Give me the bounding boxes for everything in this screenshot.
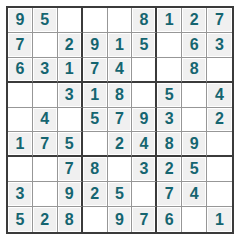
sudoku-cell-r9c2[interactable]: 2 [33, 207, 58, 232]
sudoku-cell-r9c9[interactable]: 1 [207, 207, 232, 232]
sudoku-cell-r8c8[interactable]: 4 [182, 182, 207, 207]
sudoku-cell-r9c6[interactable]: 7 [132, 207, 157, 232]
sudoku-cell-r7c6[interactable]: 3 [132, 157, 157, 182]
sudoku-cell-r5c7[interactable]: 3 [157, 108, 182, 133]
sudoku-cell-r8c7[interactable]: 7 [157, 182, 182, 207]
sudoku-cell-r6c2[interactable]: 7 [33, 132, 58, 157]
sudoku-cell-r4c1[interactable] [8, 83, 33, 108]
sudoku-cell-r1c6[interactable]: 8 [132, 8, 157, 33]
sudoku-cell-r3c5[interactable]: 4 [108, 58, 133, 83]
sudoku-cell-r1c4[interactable] [83, 8, 108, 33]
sudoku-cell-r5c8[interactable] [182, 108, 207, 133]
sudoku-cell-r7c4[interactable]: 8 [83, 157, 108, 182]
sudoku-cell-r3c3[interactable]: 1 [58, 58, 83, 83]
sudoku-cell-r5c4[interactable]: 5 [83, 108, 108, 133]
sudoku-cell-r4c8[interactable] [182, 83, 207, 108]
sudoku-cell-r2c9[interactable]: 3 [207, 33, 232, 58]
sudoku-cell-r1c9[interactable]: 7 [207, 8, 232, 33]
sudoku-cell-r8c4[interactable]: 2 [83, 182, 108, 207]
sudoku-cell-r6c3[interactable]: 5 [58, 132, 83, 157]
sudoku-cell-r2c6[interactable]: 5 [132, 33, 157, 58]
sudoku-cell-r2c2[interactable] [33, 33, 58, 58]
sudoku-board: 9581277291563631748318544579321752489783… [6, 6, 234, 234]
sudoku-cell-r6c1[interactable]: 1 [8, 132, 33, 157]
sudoku-cell-r3c6[interactable] [132, 58, 157, 83]
sudoku-cell-r6c7[interactable]: 8 [157, 132, 182, 157]
sudoku-cell-r2c7[interactable] [157, 33, 182, 58]
sudoku-cell-r4c3[interactable]: 3 [58, 83, 83, 108]
sudoku-cell-r8c1[interactable]: 3 [8, 182, 33, 207]
sudoku-cell-r9c4[interactable] [83, 207, 108, 232]
sudoku-cell-r5c9[interactable]: 2 [207, 108, 232, 133]
sudoku-cell-r5c5[interactable]: 7 [108, 108, 133, 133]
sudoku-cell-r9c5[interactable]: 9 [108, 207, 133, 232]
sudoku-cell-r2c4[interactable]: 9 [83, 33, 108, 58]
sudoku-cell-r3c8[interactable]: 8 [182, 58, 207, 83]
sudoku-cell-r7c8[interactable]: 5 [182, 157, 207, 182]
sudoku-cell-r1c8[interactable]: 2 [182, 8, 207, 33]
sudoku-cell-r3c2[interactable]: 3 [33, 58, 58, 83]
sudoku-cell-r3c4[interactable]: 7 [83, 58, 108, 83]
sudoku-cell-r7c7[interactable]: 2 [157, 157, 182, 182]
sudoku-cell-r6c5[interactable]: 2 [108, 132, 133, 157]
sudoku-cell-r9c3[interactable]: 8 [58, 207, 83, 232]
sudoku-cell-r4c2[interactable] [33, 83, 58, 108]
sudoku-cell-r1c1[interactable]: 9 [8, 8, 33, 33]
sudoku-cell-r9c8[interactable] [182, 207, 207, 232]
sudoku-cell-r5c1[interactable] [8, 108, 33, 133]
sudoku-cell-r7c1[interactable] [8, 157, 33, 182]
sudoku-cell-r6c4[interactable] [83, 132, 108, 157]
sudoku-cell-r6c9[interactable] [207, 132, 232, 157]
sudoku-cell-r5c3[interactable] [58, 108, 83, 133]
sudoku-cell-r8c3[interactable]: 9 [58, 182, 83, 207]
sudoku-cell-r9c7[interactable]: 6 [157, 207, 182, 232]
sudoku-cell-r4c5[interactable]: 8 [108, 83, 133, 108]
sudoku-cell-r1c5[interactable] [108, 8, 133, 33]
sudoku-cell-r6c6[interactable]: 4 [132, 132, 157, 157]
sudoku-cell-r8c6[interactable] [132, 182, 157, 207]
sudoku-cell-r4c9[interactable]: 4 [207, 83, 232, 108]
sudoku-cell-r2c8[interactable]: 6 [182, 33, 207, 58]
sudoku-cell-r7c9[interactable] [207, 157, 232, 182]
sudoku-cell-r8c5[interactable]: 5 [108, 182, 133, 207]
sudoku-cell-r7c3[interactable]: 7 [58, 157, 83, 182]
sudoku-cell-r1c2[interactable]: 5 [33, 8, 58, 33]
sudoku-cell-r3c7[interactable] [157, 58, 182, 83]
sudoku-cell-r2c5[interactable]: 1 [108, 33, 133, 58]
sudoku-cell-r4c4[interactable]: 1 [83, 83, 108, 108]
sudoku-cell-r6c8[interactable]: 9 [182, 132, 207, 157]
sudoku-cell-r9c1[interactable]: 5 [8, 207, 33, 232]
sudoku-cell-r3c9[interactable] [207, 58, 232, 83]
sudoku-cell-r4c7[interactable]: 5 [157, 83, 182, 108]
sudoku-cell-r7c2[interactable] [33, 157, 58, 182]
sudoku-cell-r1c7[interactable]: 1 [157, 8, 182, 33]
sudoku-cell-r2c1[interactable]: 7 [8, 33, 33, 58]
sudoku-cell-r7c5[interactable] [108, 157, 133, 182]
sudoku-cell-r5c2[interactable]: 4 [33, 108, 58, 133]
sudoku-cell-r1c3[interactable] [58, 8, 83, 33]
sudoku-cell-r4c6[interactable] [132, 83, 157, 108]
sudoku-cell-r3c1[interactable]: 6 [8, 58, 33, 83]
sudoku-cell-r8c9[interactable] [207, 182, 232, 207]
sudoku-cell-r5c6[interactable]: 9 [132, 108, 157, 133]
sudoku-cell-r8c2[interactable] [33, 182, 58, 207]
sudoku-cell-r2c3[interactable]: 2 [58, 33, 83, 58]
